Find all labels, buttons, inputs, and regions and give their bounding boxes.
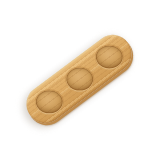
product-photo [0, 0, 160, 160]
tray-recess-middle [65, 68, 92, 91]
tray-recess-bottom-left [35, 90, 62, 113]
tray-recess-top-right [95, 45, 122, 68]
bamboo-tray [18, 27, 138, 131]
